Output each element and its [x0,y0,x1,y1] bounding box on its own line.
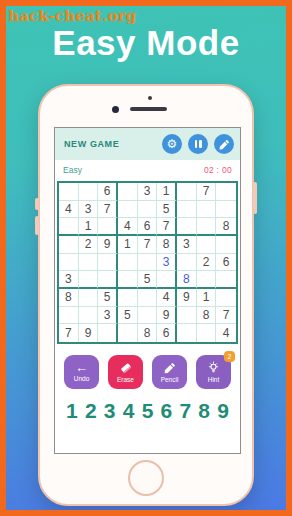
sudoku-cell[interactable] [216,289,236,307]
sudoku-cell[interactable]: 7 [138,236,158,254]
sudoku-cell[interactable]: 8 [216,218,236,236]
volume-up-button [35,198,39,210]
sudoku-cell[interactable] [138,201,158,219]
app-header: NEW GAME ⚙ [55,128,240,160]
sudoku-cell[interactable] [118,183,138,201]
eraser-icon [119,362,133,374]
number-pad: 123456789 [55,399,240,423]
page: hack-cheat.org Easy Mode NEW GAME ⚙ [0,0,292,516]
gear-icon: ⚙ [167,138,178,150]
sudoku-cell[interactable]: 3 [79,201,99,219]
pause-icon [195,140,202,148]
sudoku-cell[interactable]: 1 [197,289,217,307]
phone-mockup: NEW GAME ⚙ Easy 02 : 00 6317437514678291… [38,84,254,506]
timer-value: 02 : 00 [204,165,232,175]
erase-button[interactable]: Erase [108,355,143,389]
numpad-key-6[interactable]: 6 [161,399,173,423]
sudoku-cell[interactable]: 3 [98,307,118,325]
sudoku-cell[interactable] [157,271,177,289]
sudoku-cell[interactable]: 2 [79,236,99,254]
numpad-key-9[interactable]: 9 [217,399,229,423]
sudoku-cell[interactable] [138,289,158,307]
sudoku-cell[interactable]: 9 [157,307,177,325]
sudoku-cell[interactable]: 6 [157,324,177,342]
numpad-key-7[interactable]: 7 [179,399,191,423]
sudoku-cell[interactable]: 1 [157,183,177,201]
pause-button[interactable] [188,134,208,154]
sudoku-cell[interactable]: 3 [138,183,158,201]
settings-button[interactable]: ⚙ [162,134,182,154]
app-screen: NEW GAME ⚙ Easy 02 : 00 6317437514678291… [54,127,241,454]
sudoku-cell[interactable] [59,307,79,325]
sudoku-cell[interactable]: 1 [79,218,99,236]
sudoku-cell[interactable]: 7 [157,218,177,236]
numpad-key-8[interactable]: 8 [198,399,210,423]
sudoku-cell[interactable] [177,218,197,236]
sudoku-cell[interactable] [118,201,138,219]
sudoku-cell[interactable]: 4 [118,218,138,236]
power-button [253,182,257,214]
sudoku-cell[interactable] [197,236,217,254]
sudoku-cell[interactable] [197,271,217,289]
sudoku-cell[interactable]: 8 [157,236,177,254]
earpiece-speaker [130,107,167,111]
sudoku-cell[interactable] [98,254,118,272]
hint-button[interactable]: 2 Hint [196,355,231,389]
sudoku-board: 6317437514678291783326358854913598779864 [57,181,238,344]
sudoku-cell[interactable]: 4 [59,201,79,219]
sudoku-cell[interactable] [98,218,118,236]
sudoku-cell[interactable] [216,201,236,219]
status-bar: Easy 02 : 00 [55,160,240,180]
home-button[interactable] [128,460,164,496]
numpad-key-4[interactable]: 4 [123,399,135,423]
sudoku-cell[interactable]: 1 [118,236,138,254]
erase-label: Erase [117,376,134,383]
sudoku-cell[interactable] [59,218,79,236]
sudoku-cell[interactable] [79,183,99,201]
sudoku-cell[interactable] [118,289,138,307]
sudoku-cell[interactable] [197,324,217,342]
sudoku-cell[interactable]: 4 [216,324,236,342]
sudoku-cell[interactable] [79,289,99,307]
sudoku-cell[interactable] [59,236,79,254]
app-header-title: NEW GAME [64,139,162,149]
sudoku-cell[interactable]: 7 [59,324,79,342]
sudoku-cell[interactable]: 5 [138,271,158,289]
sudoku-cell[interactable] [197,218,217,236]
pencil-button[interactable]: Pencil [152,355,187,389]
undo-arrow-icon: ← [75,362,88,373]
sudoku-cell[interactable] [138,307,158,325]
numpad-key-1[interactable]: 1 [66,399,78,423]
difficulty-label: Easy [63,165,82,175]
front-camera [112,106,119,113]
sudoku-cell[interactable] [59,254,79,272]
sudoku-cell[interactable]: 5 [118,307,138,325]
sensor-dot [148,96,152,100]
sudoku-cell[interactable] [98,324,118,342]
numpad-key-3[interactable]: 3 [104,399,116,423]
sudoku-cell[interactable] [59,183,79,201]
sudoku-cell[interactable] [177,201,197,219]
sudoku-cell[interactable]: 8 [59,289,79,307]
sudoku-cell[interactable] [177,307,197,325]
sudoku-cell[interactable] [216,183,236,201]
sudoku-cell[interactable]: 6 [216,254,236,272]
sudoku-cell[interactable]: 7 [216,307,236,325]
sudoku-cell[interactable] [177,254,197,272]
sudoku-cell[interactable] [118,324,138,342]
sudoku-cell[interactable]: 8 [138,324,158,342]
sudoku-cell[interactable]: 3 [157,254,177,272]
sudoku-cell[interactable]: 7 [197,183,217,201]
undo-label: Undo [74,375,90,382]
sudoku-cell[interactable]: 5 [98,289,118,307]
toolbar: ← Undo Erase Pencil [55,355,240,389]
sudoku-cell[interactable] [138,254,158,272]
sudoku-cell[interactable] [197,201,217,219]
sudoku-cell[interactable] [79,271,99,289]
undo-button[interactable]: ← Undo [64,355,99,389]
sudoku-cell[interactable] [177,324,197,342]
lightbulb-icon [207,361,220,374]
sudoku-cell[interactable]: 9 [98,236,118,254]
sudoku-cell[interactable]: 6 [98,183,118,201]
sudoku-cell[interactable]: 6 [138,218,158,236]
hint-label: Hint [208,376,220,383]
pencil-label: Pencil [161,376,179,383]
sudoku-cell[interactable]: 8 [197,307,217,325]
sudoku-cell[interactable]: 3 [59,271,79,289]
sudoku-cell[interactable] [216,271,236,289]
sudoku-cell[interactable]: 8 [177,271,197,289]
numpad-key-2[interactable]: 2 [85,399,97,423]
sudoku-cell[interactable]: 4 [157,289,177,307]
sudoku-cell[interactable] [98,271,118,289]
sudoku-cell[interactable]: 2 [197,254,217,272]
edit-button[interactable] [214,134,234,154]
hint-badge: 2 [224,351,235,362]
page-title: Easy Mode [6,23,286,63]
sudoku-cell[interactable] [177,183,197,201]
pencil-icon [219,139,230,150]
sudoku-cell[interactable]: 9 [177,289,197,307]
numpad-key-5[interactable]: 5 [142,399,154,423]
sudoku-cell[interactable] [216,236,236,254]
sudoku-cell[interactable] [118,254,138,272]
sudoku-cell[interactable] [118,271,138,289]
sudoku-cell[interactable]: 3 [177,236,197,254]
sudoku-cell[interactable]: 5 [157,201,177,219]
sudoku-cell[interactable] [79,254,99,272]
sudoku-cell[interactable]: 9 [79,324,99,342]
pencil-icon [164,362,176,374]
sudoku-cell[interactable]: 7 [98,201,118,219]
volume-down-button [35,216,39,235]
sudoku-cell[interactable] [79,307,99,325]
